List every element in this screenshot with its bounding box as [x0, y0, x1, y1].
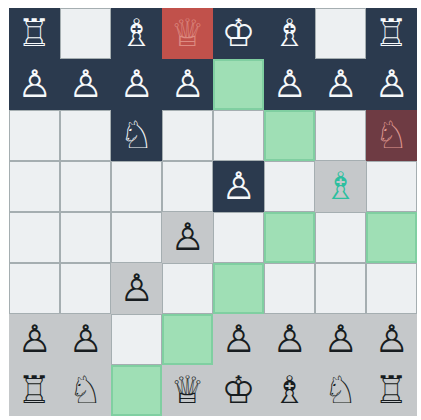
square-c3[interactable]: ♙ — [111, 263, 162, 314]
piece-black-king[interactable]: ♔ — [221, 371, 255, 409]
piece-black-queen[interactable]: ♕ — [170, 371, 204, 409]
square-b7[interactable]: ♙ — [60, 59, 111, 110]
piece-white-pawn[interactable]: ♙ — [221, 167, 255, 205]
square-f3[interactable] — [264, 263, 315, 314]
square-a5[interactable] — [9, 161, 60, 212]
piece-white-pawn[interactable]: ♙ — [68, 65, 102, 103]
square-c8[interactable]: ♗ — [111, 8, 162, 59]
square-f4[interactable] — [264, 212, 315, 263]
piece-white-pawn[interactable]: ♙ — [17, 65, 51, 103]
square-d6[interactable] — [162, 110, 213, 161]
piece-black-pawn[interactable]: ♙ — [170, 218, 204, 256]
square-h7[interactable]: ♙ — [366, 59, 417, 110]
square-f2[interactable]: ♙ — [264, 314, 315, 365]
square-e4[interactable] — [213, 212, 264, 263]
square-b1[interactable]: ♘ — [60, 365, 111, 416]
square-e7[interactable] — [213, 59, 264, 110]
piece-white-rook[interactable]: ♖ — [17, 14, 51, 52]
piece-pink-knight[interactable]: ♘ — [374, 116, 408, 154]
square-f6[interactable] — [264, 110, 315, 161]
piece-black-knight[interactable]: ♘ — [68, 371, 102, 409]
piece-black-bishop[interactable]: ♗ — [272, 371, 306, 409]
square-g6[interactable] — [315, 110, 366, 161]
square-e6[interactable] — [213, 110, 264, 161]
piece-white-pawn[interactable]: ♙ — [323, 65, 357, 103]
square-b2[interactable]: ♙ — [60, 314, 111, 365]
square-d8[interactable]: ♕ — [162, 8, 213, 59]
square-d1[interactable]: ♕ — [162, 365, 213, 416]
square-c7[interactable]: ♙ — [111, 59, 162, 110]
piece-black-rook[interactable]: ♖ — [17, 371, 51, 409]
square-b3[interactable] — [60, 263, 111, 314]
square-g5[interactable]: ♗ — [315, 161, 366, 212]
square-e2[interactable]: ♙ — [213, 314, 264, 365]
square-d3[interactable] — [162, 263, 213, 314]
piece-white-pawn[interactable]: ♙ — [119, 65, 153, 103]
square-b6[interactable] — [60, 110, 111, 161]
square-a6[interactable] — [9, 110, 60, 161]
square-f1[interactable]: ♗ — [264, 365, 315, 416]
square-c4[interactable] — [111, 212, 162, 263]
square-e1[interactable]: ♔ — [213, 365, 264, 416]
square-a1[interactable]: ♖ — [9, 365, 60, 416]
piece-black-pawn[interactable]: ♙ — [68, 320, 102, 358]
piece-black-knight[interactable]: ♘ — [323, 371, 357, 409]
piece-white-bishop[interactable]: ♗ — [119, 14, 153, 52]
square-e5[interactable]: ♙ — [213, 161, 264, 212]
square-h5[interactable] — [366, 161, 417, 212]
square-d4[interactable]: ♙ — [162, 212, 213, 263]
piece-white-rook[interactable]: ♖ — [374, 14, 408, 52]
square-c1[interactable] — [111, 365, 162, 416]
piece-black-pawn[interactable]: ♙ — [221, 320, 255, 358]
square-c6[interactable]: ♘ — [111, 110, 162, 161]
square-b8[interactable] — [60, 8, 111, 59]
piece-black-pawn[interactable]: ♙ — [323, 320, 357, 358]
square-g3[interactable] — [315, 263, 366, 314]
square-g7[interactable]: ♙ — [315, 59, 366, 110]
square-h3[interactable] — [366, 263, 417, 314]
square-g8[interactable] — [315, 8, 366, 59]
square-g2[interactable]: ♙ — [315, 314, 366, 365]
piece-teal-bishop[interactable]: ♗ — [323, 167, 357, 205]
square-f7[interactable]: ♙ — [264, 59, 315, 110]
square-h6[interactable]: ♘ — [366, 110, 417, 161]
square-h2[interactable]: ♙ — [366, 314, 417, 365]
piece-black-pawn[interactable]: ♙ — [119, 269, 153, 307]
piece-white-pawn[interactable]: ♙ — [272, 65, 306, 103]
piece-white-pawn[interactable]: ♙ — [374, 65, 408, 103]
square-a4[interactable] — [9, 212, 60, 263]
piece-white-pawn[interactable]: ♙ — [170, 65, 204, 103]
square-d7[interactable]: ♙ — [162, 59, 213, 110]
square-g4[interactable] — [315, 212, 366, 263]
chess-board: ♖♗♕♔♗♖♙♙♙♙♙♙♙♘♘♙♗♙♙♙♙♙♙♙♙♖♘♕♔♗♘♖ — [9, 8, 417, 416]
board-container: ♖♗♕♔♗♖♙♙♙♙♙♙♙♘♘♙♗♙♙♙♙♙♙♙♙♖♘♕♔♗♘♖ — [0, 0, 421, 416]
square-f8[interactable]: ♗ — [264, 8, 315, 59]
square-g1[interactable]: ♘ — [315, 365, 366, 416]
piece-white-knight[interactable]: ♘ — [119, 116, 153, 154]
square-e3[interactable] — [213, 263, 264, 314]
square-b4[interactable] — [60, 212, 111, 263]
square-c5[interactable] — [111, 161, 162, 212]
square-a7[interactable]: ♙ — [9, 59, 60, 110]
piece-red-queen[interactable]: ♕ — [170, 14, 204, 52]
square-f5[interactable] — [264, 161, 315, 212]
square-b5[interactable] — [60, 161, 111, 212]
piece-black-rook[interactable]: ♖ — [374, 371, 408, 409]
square-e8[interactable]: ♔ — [213, 8, 264, 59]
square-d5[interactable] — [162, 161, 213, 212]
piece-black-pawn[interactable]: ♙ — [374, 320, 408, 358]
square-a3[interactable] — [9, 263, 60, 314]
square-a8[interactable]: ♖ — [9, 8, 60, 59]
square-h8[interactable]: ♖ — [366, 8, 417, 59]
piece-white-king[interactable]: ♔ — [221, 14, 255, 52]
piece-black-pawn[interactable]: ♙ — [17, 320, 51, 358]
square-c2[interactable] — [111, 314, 162, 365]
square-d2[interactable] — [162, 314, 213, 365]
square-h4[interactable] — [366, 212, 417, 263]
piece-white-bishop[interactable]: ♗ — [272, 14, 306, 52]
piece-black-pawn[interactable]: ♙ — [272, 320, 306, 358]
square-a2[interactable]: ♙ — [9, 314, 60, 365]
square-h1[interactable]: ♖ — [366, 365, 417, 416]
